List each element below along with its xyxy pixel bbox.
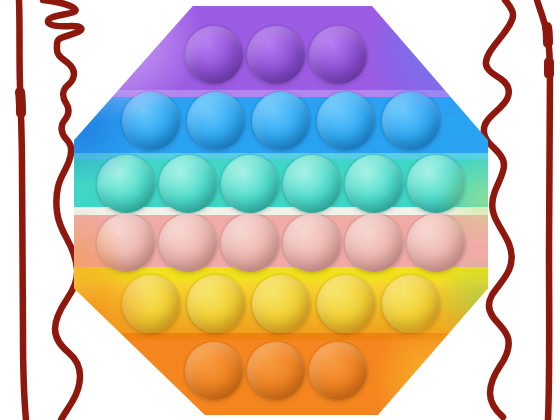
bubble-pink[interactable] [97,214,155,272]
bubble-teal[interactable] [407,155,465,213]
bubble-purple[interactable] [247,26,305,84]
bubble-blue[interactable] [122,92,180,150]
bubble-orange[interactable] [185,342,243,400]
bubble-yellow[interactable] [382,275,440,333]
bubble-yellow[interactable] [252,275,310,333]
bubble-teal[interactable] [97,155,155,213]
bubble-pink[interactable] [221,214,279,272]
bubble-blue[interactable] [317,92,375,150]
bubble-blue[interactable] [187,92,245,150]
bubble-orange[interactable] [247,342,305,400]
left-straight-line-decoration [19,0,26,420]
bubble-yellow[interactable] [187,275,245,333]
bubble-yellow[interactable] [122,275,180,333]
bubble-teal[interactable] [221,155,279,213]
bubble-blue[interactable] [382,92,440,150]
bubble-pink[interactable] [283,214,341,272]
bubble-teal[interactable] [283,155,341,213]
bubble-teal[interactable] [345,155,403,213]
bubble-purple[interactable] [309,26,367,84]
right-wavy-line-decoration [484,0,513,417]
bubble-yellow[interactable] [317,275,375,333]
bubble-purple[interactable] [185,26,243,84]
scene [0,0,560,420]
bubble-teal[interactable] [159,155,217,213]
bubble-pink[interactable] [345,214,403,272]
bubble-blue[interactable] [252,92,310,150]
bubble-pink[interactable] [159,214,217,272]
bubble-pink[interactable] [407,214,465,272]
bubble-orange[interactable] [309,342,367,400]
